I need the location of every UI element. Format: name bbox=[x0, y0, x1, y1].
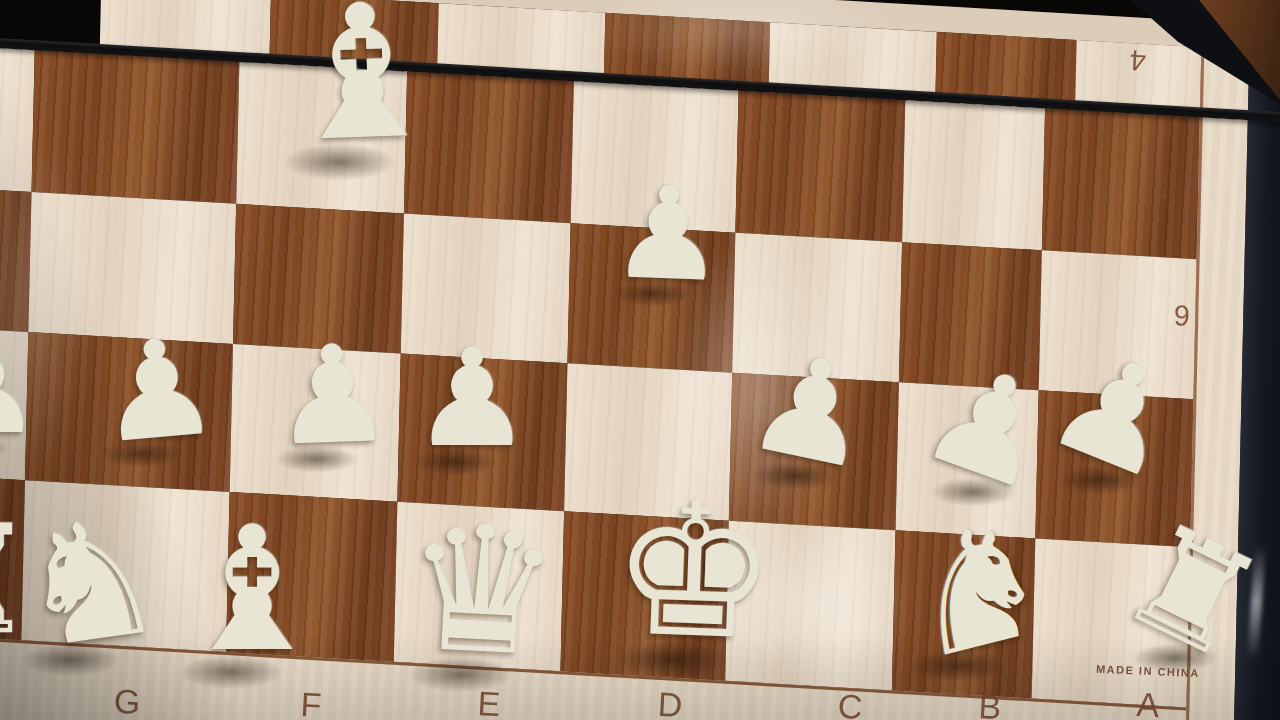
rank-label-5: 5 bbox=[1152, 170, 1170, 204]
piece-white-pawn-e7: ♟ bbox=[411, 331, 532, 466]
piece-white-pawn-g7: ♟ bbox=[92, 318, 224, 463]
piece-white-knight-g8: ♞ bbox=[7, 493, 173, 674]
piece-white-pawn-d6: ♟ bbox=[608, 168, 727, 300]
file-label-f: F bbox=[300, 685, 323, 720]
overlay: GFEDCBA 4567 MADE IN CHINA ♜♞♚♛♝♞♜♟♟♟♟♟♟… bbox=[0, 0, 1280, 720]
piece-white-king-d8: ♚ bbox=[608, 476, 780, 667]
file-label-c: C bbox=[837, 687, 864, 720]
file-label-a: A bbox=[1136, 685, 1161, 720]
file-label-b: B bbox=[978, 687, 1003, 720]
rank-label-7: 7 bbox=[1178, 435, 1196, 469]
file-label-g: G bbox=[113, 682, 141, 720]
board-fold-hinge bbox=[0, 37, 1280, 125]
piece-white-bishop-f8: ♝ bbox=[175, 504, 329, 676]
file-label-d: D bbox=[657, 685, 684, 720]
piece-white-queen-e8: ♛ bbox=[399, 499, 565, 682]
piece-white-pawn-f7: ♟ bbox=[270, 326, 396, 465]
glare-top bbox=[580, 0, 910, 75]
chessboard-photo: { "game": "chess", "board": { "file_labe… bbox=[0, 0, 1280, 720]
piece-white-pawn-h7: ♟ bbox=[0, 322, 42, 452]
piece-white-bishop-f5: ♝ bbox=[276, 0, 448, 169]
table-corner-wood bbox=[1190, 0, 1280, 100]
rank-label-6: 6 bbox=[1173, 298, 1191, 332]
rank-label-4: 4 bbox=[1129, 43, 1147, 77]
